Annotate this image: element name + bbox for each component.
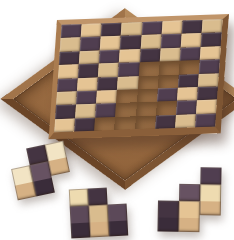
loose-piece-p-block (69, 187, 128, 239)
loose-piece-staircase (157, 166, 221, 232)
dark-cube (108, 204, 129, 237)
pieces-layer (0, 0, 234, 240)
dark-cube (70, 206, 91, 239)
loose-piece-s-zigzag (8, 141, 74, 201)
dark-cube (157, 200, 179, 231)
light-cube (69, 189, 89, 207)
light-cube (200, 184, 222, 215)
light-cube (89, 205, 110, 238)
dark-cube (200, 167, 221, 184)
light-cube (178, 201, 200, 232)
product-photo-wooden-puzzle[interactable] (0, 0, 234, 240)
dark-cube (179, 184, 200, 201)
dark-cube (88, 188, 108, 206)
